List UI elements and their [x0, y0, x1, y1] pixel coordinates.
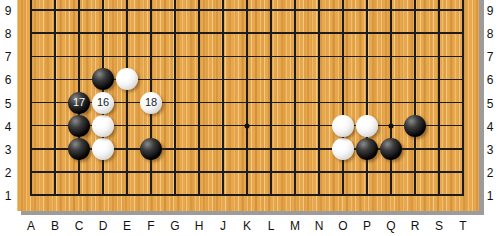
stone-white-P4[interactable]: [356, 115, 378, 137]
row-label-left-2: 2: [5, 166, 12, 180]
grid-line-col-S: [438, 0, 440, 196]
row-label-right-9: 9: [487, 4, 494, 18]
col-label-K: K: [243, 219, 251, 233]
grid-line-col-H: [198, 0, 200, 196]
stone-black-C5[interactable]: 17: [68, 92, 90, 114]
stone-white-D3[interactable]: [92, 138, 114, 160]
col-label-F: F: [147, 219, 154, 233]
grid-line-row-8: [30, 32, 464, 34]
row-label-left-7: 7: [5, 50, 12, 64]
grid-line-col-R: [414, 0, 416, 196]
col-label-A: A: [27, 219, 35, 233]
stone-white-E6[interactable]: [116, 68, 138, 90]
stone-white-O3[interactable]: [332, 138, 354, 160]
stone-black-P3[interactable]: [356, 138, 378, 160]
grid-line-col-Q: [390, 0, 392, 196]
grid-line-row-2: [30, 171, 464, 173]
grid-line-col-M: [294, 0, 296, 196]
board-shadow-right: [479, 0, 484, 215]
col-label-S: S: [435, 219, 443, 233]
grid-line-col-N: [318, 0, 320, 196]
stone-black-Q3[interactable]: [380, 138, 402, 160]
star-point-K4: [245, 123, 250, 128]
stone-black-D6[interactable]: [92, 68, 114, 90]
row-label-left-9: 9: [5, 4, 12, 18]
col-label-L: L: [268, 219, 275, 233]
row-label-right-5: 5: [487, 97, 494, 111]
row-label-right-6: 6: [487, 73, 494, 87]
row-label-right-7: 7: [487, 50, 494, 64]
row-label-left-1: 1: [5, 189, 12, 203]
row-label-right-3: 3: [487, 143, 494, 157]
row-label-right-1: 1: [487, 189, 494, 203]
board-shadow-bottom: [21, 211, 484, 215]
row-label-right-8: 8: [487, 27, 494, 41]
grid-line-col-P: [366, 0, 368, 196]
stone-white-D5[interactable]: 16: [92, 92, 114, 114]
grid-line-col-B: [54, 0, 56, 196]
col-label-J: J: [220, 219, 226, 233]
grid-line-row-9: [30, 9, 464, 11]
grid-line-col-A: [30, 0, 32, 196]
stone-white-O4[interactable]: [332, 115, 354, 137]
stone-white-D4[interactable]: [92, 115, 114, 137]
stone-black-C3[interactable]: [68, 138, 90, 160]
stone-black-R4[interactable]: [404, 115, 426, 137]
col-label-N: N: [315, 219, 324, 233]
row-label-left-3: 3: [5, 143, 12, 157]
grid-line-col-L: [270, 0, 272, 196]
grid-line-col-G: [174, 0, 176, 196]
grid-line-col-J: [222, 0, 224, 196]
grid-line-row-1: [30, 194, 464, 196]
col-label-O: O: [338, 219, 347, 233]
row-label-left-4: 4: [5, 120, 12, 134]
col-label-Q: Q: [386, 219, 395, 233]
stone-white-F5[interactable]: 18: [140, 92, 162, 114]
col-label-H: H: [195, 219, 204, 233]
col-label-D: D: [99, 219, 108, 233]
grid-line-col-O: [342, 0, 344, 196]
col-label-R: R: [411, 219, 420, 233]
stone-black-C4[interactable]: [68, 115, 90, 137]
grid-line-col-K: [246, 0, 248, 196]
grid-line-col-T: [462, 0, 464, 196]
col-label-P: P: [363, 219, 371, 233]
row-label-right-4: 4: [487, 120, 494, 134]
col-label-C: C: [75, 219, 84, 233]
star-point-Q4: [389, 123, 394, 128]
row-label-right-2: 2: [487, 166, 494, 180]
col-label-E: E: [123, 219, 131, 233]
stone-black-F3[interactable]: [140, 138, 162, 160]
row-label-left-8: 8: [5, 27, 12, 41]
grid-line-col-E: [126, 0, 128, 196]
go-board-viewer: 998877665544332211ABCDEFGHJKLMNOPQRST 17…: [0, 0, 500, 236]
col-label-M: M: [290, 219, 300, 233]
col-label-B: B: [51, 219, 59, 233]
col-label-T: T: [459, 219, 466, 233]
row-label-left-5: 5: [5, 97, 12, 111]
row-label-left-6: 6: [5, 73, 12, 87]
col-label-G: G: [170, 219, 179, 233]
grid-line-row-7: [30, 56, 464, 58]
